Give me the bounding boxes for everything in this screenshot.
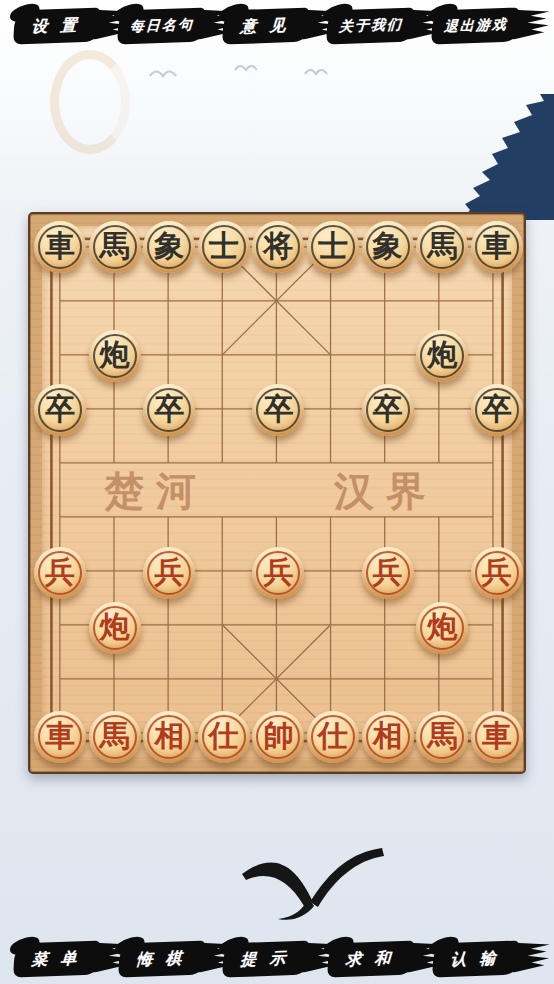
piece-black-chariot[interactable]: 車 [471,221,523,273]
piece-glyph: 馬 [100,721,130,751]
menu-button-label: 退出游戏 [444,16,509,36]
piece-glyph: 炮 [427,612,457,642]
piece-black-advisor[interactable]: 士 [307,221,359,273]
piece-red-soldier[interactable]: 兵 [143,547,195,599]
piece-glyph: 炮 [100,612,130,642]
piece-red-soldier[interactable]: 兵 [252,547,304,599]
piece-red-advisor[interactable]: 仕 [307,711,359,763]
ink-mountain-art [440,94,554,220]
action-button-label: 提示 [235,947,299,970]
piece-glyph: 士 [209,231,239,261]
action-button-label: 悔棋 [130,947,194,970]
ink-stain-ring-art [50,50,130,154]
piece-red-general[interactable]: 帥 [252,711,304,763]
piece-red-elephant[interactable]: 相 [143,711,195,763]
piece-glyph: 車 [45,721,75,751]
piece-glyph: 車 [482,721,512,751]
piece-glyph: 兵 [373,557,403,587]
piece-glyph: 仕 [318,721,348,751]
action-button-menu[interactable]: 菜单 [13,940,102,977]
piece-red-horse[interactable]: 馬 [89,711,141,763]
piece-black-chariot[interactable]: 車 [34,221,86,273]
piece-black-elephant[interactable]: 象 [143,221,195,273]
piece-glyph: 兵 [45,557,75,587]
action-button-label: 菜单 [25,947,89,970]
top-menu: 设置 每日名句 意见 关于我们 退出游戏 [0,9,554,43]
action-button-resign[interactable]: 认输 [432,940,521,977]
piece-black-elephant[interactable]: 象 [362,221,414,273]
piece-black-soldier[interactable]: 卒 [471,384,523,436]
piece-glyph: 馬 [100,231,130,261]
piece-black-soldier[interactable]: 卒 [34,384,86,436]
piece-black-soldier[interactable]: 卒 [362,384,414,436]
menu-button-exit-game[interactable]: 退出游戏 [431,7,521,44]
piece-glyph: 卒 [154,394,184,424]
menu-button-label: 关于我们 [339,16,404,36]
piece-glyph: 卒 [482,394,512,424]
piece-glyph: 車 [45,231,75,261]
menu-button-about[interactable]: 关于我们 [326,7,416,44]
piece-glyph: 炮 [427,340,457,370]
piece-glyph: 卒 [45,394,75,424]
menu-button-settings[interactable]: 设置 [13,7,102,44]
action-button-label: 求和 [340,947,404,970]
piece-red-cannon[interactable]: 炮 [89,602,141,654]
piece-glyph: 士 [318,231,348,261]
piece-red-chariot[interactable]: 車 [34,711,86,763]
piece-red-soldier[interactable]: 兵 [34,547,86,599]
bottom-menu: 菜单 悔棋 提示 求和 认输 [0,942,554,976]
piece-glyph: 相 [373,721,403,751]
piece-black-cannon[interactable]: 炮 [89,330,141,382]
piece-glyph: 兵 [154,557,184,587]
piece-black-horse[interactable]: 馬 [89,221,141,273]
piece-black-general[interactable]: 将 [252,221,304,273]
menu-button-label: 设置 [25,14,89,37]
menu-button-feedback[interactable]: 意见 [222,7,311,44]
menu-button-daily-quote[interactable]: 每日名句 [117,7,207,44]
distant-birds-art [140,58,360,88]
piece-glyph: 卒 [263,394,293,424]
piece-glyph: 象 [373,231,403,261]
piece-glyph: 将 [263,231,293,261]
piece-black-horse[interactable]: 馬 [416,221,468,273]
piece-red-soldier[interactable]: 兵 [362,547,414,599]
piece-glyph: 馬 [427,231,457,261]
game-board[interactable]: 楚河 汉界 車馬象士将士象馬車炮炮卒卒卒卒卒兵兵兵兵兵炮炮車馬相仕帥仕相馬車 [28,212,526,774]
piece-black-cannon[interactable]: 炮 [416,330,468,382]
piece-black-soldier[interactable]: 卒 [143,384,195,436]
piece-glyph: 兵 [263,557,293,587]
piece-red-chariot[interactable]: 車 [471,711,523,763]
menu-button-label: 意见 [234,14,298,37]
piece-red-soldier[interactable]: 兵 [471,547,523,599]
piece-red-advisor[interactable]: 仕 [198,711,250,763]
action-button-label: 认输 [444,947,508,970]
piece-black-soldier[interactable]: 卒 [252,384,304,436]
piece-glyph: 炮 [100,340,130,370]
piece-glyph: 相 [154,721,184,751]
piece-glyph: 車 [482,231,512,261]
piece-glyph: 馬 [427,721,457,751]
piece-glyph: 仕 [209,721,239,751]
piece-black-advisor[interactable]: 士 [198,221,250,273]
ink-bird-art [236,846,388,932]
piece-glyph: 象 [154,231,184,261]
piece-glyph: 卒 [373,394,403,424]
piece-red-elephant[interactable]: 相 [362,711,414,763]
piece-glyph: 帥 [263,721,293,751]
piece-glyph: 兵 [482,557,512,587]
piece-red-horse[interactable]: 馬 [416,711,468,763]
menu-button-label: 每日名句 [130,16,195,36]
piece-red-cannon[interactable]: 炮 [416,602,468,654]
action-button-hint[interactable]: 提示 [223,940,312,977]
action-button-draw-offer[interactable]: 求和 [327,940,416,977]
pieces-layer: 車馬象士将士象馬車炮炮卒卒卒卒卒兵兵兵兵兵炮炮車馬相仕帥仕相馬車 [30,214,524,772]
action-button-undo[interactable]: 悔棋 [118,940,207,977]
